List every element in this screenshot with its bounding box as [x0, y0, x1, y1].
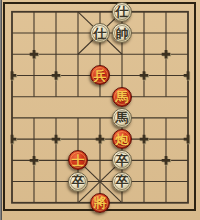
piece-glyph: 仕 [94, 27, 107, 40]
piece-glyph: 卒 [116, 154, 129, 167]
piece-red-general[interactable]: 將 [90, 193, 110, 213]
piece-glyph: 士 [72, 154, 85, 167]
piece-glyph: 將 [94, 196, 107, 209]
piece-red-horse[interactable]: 馬 [112, 87, 132, 107]
piece-ivory-soldier[interactable]: 卒 [112, 172, 132, 192]
pieces-layer: 仕仕帥兵馬馬炮士卒卒卒將 [0, 0, 200, 220]
piece-ivory-horse[interactable]: 馬 [112, 108, 132, 128]
piece-ivory-advisor[interactable]: 仕 [112, 2, 132, 22]
piece-glyph: 仕 [116, 5, 129, 18]
piece-red-cannon[interactable]: 炮 [112, 129, 132, 149]
piece-glyph: 馬 [116, 90, 129, 103]
piece-ivory-advisor[interactable]: 仕 [90, 23, 110, 43]
piece-glyph: 馬 [116, 111, 129, 124]
piece-red-soldier[interactable]: 兵 [90, 65, 110, 85]
piece-ivory-soldier[interactable]: 卒 [68, 172, 88, 192]
xiangqi-board[interactable]: 仕仕帥兵馬馬炮士卒卒卒將 [0, 0, 200, 220]
piece-glyph: 帥 [116, 27, 129, 40]
piece-red-advisor[interactable]: 士 [68, 150, 88, 170]
piece-glyph: 卒 [72, 175, 85, 188]
piece-glyph: 卒 [116, 175, 129, 188]
piece-glyph: 炮 [116, 133, 129, 146]
piece-ivory-general[interactable]: 帥 [112, 23, 132, 43]
piece-ivory-soldier[interactable]: 卒 [112, 150, 132, 170]
piece-glyph: 兵 [94, 69, 107, 82]
